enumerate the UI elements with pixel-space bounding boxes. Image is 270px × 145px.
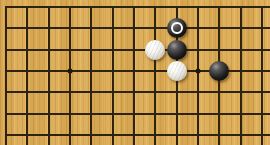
board-intersection[interactable] (81, 0, 102, 18)
grid-line-vertical (5, 82, 7, 103)
board-intersection[interactable] (123, 39, 144, 60)
board-intersection[interactable] (166, 103, 187, 124)
last-move-marker-icon (171, 22, 183, 34)
grid-line-vertical (26, 124, 28, 145)
grid-line-vertical (133, 18, 135, 39)
board-intersection[interactable] (123, 103, 144, 124)
board-intersection[interactable] (102, 124, 123, 145)
board-intersection[interactable] (251, 18, 270, 39)
board-intersection[interactable] (187, 39, 208, 60)
grid-line-vertical (240, 103, 242, 124)
grid-line-vertical (90, 124, 92, 145)
grid-line-vertical (133, 60, 135, 81)
grid-line-vertical (176, 6, 178, 18)
grid-line-vertical (5, 124, 7, 145)
grid-line-vertical (112, 18, 114, 39)
board-intersection[interactable] (0, 103, 17, 124)
board-intersection[interactable] (102, 82, 123, 103)
grid-line-vertical (218, 39, 220, 60)
grid-line-vertical (90, 18, 92, 39)
grid-line-vertical (90, 60, 92, 81)
board-intersection[interactable] (145, 0, 166, 18)
board-intersection[interactable] (209, 103, 230, 124)
board-intersection[interactable] (230, 0, 251, 18)
board-intersection[interactable] (209, 18, 230, 39)
board-intersection[interactable] (38, 103, 59, 124)
board-intersection[interactable] (187, 103, 208, 124)
grid-line-vertical (69, 82, 71, 103)
board-intersection[interactable] (17, 103, 38, 124)
board-intersection[interactable] (38, 60, 59, 81)
star-point (195, 68, 200, 73)
grid-line-vertical (112, 103, 114, 124)
grid-line-vertical (69, 6, 71, 18)
board-intersection[interactable] (59, 0, 80, 18)
board-intersection[interactable] (166, 18, 187, 39)
grid-line-vertical (240, 82, 242, 103)
grid-line-vertical (90, 39, 92, 60)
board-intersection[interactable] (0, 39, 17, 60)
board-intersection[interactable] (251, 82, 270, 103)
grid-line-vertical (261, 60, 263, 81)
board-intersection[interactable] (59, 124, 80, 145)
board-intersection[interactable] (230, 82, 251, 103)
grid-line-vertical (197, 103, 199, 124)
board-intersection[interactable] (123, 60, 144, 81)
grid-line-vertical (218, 18, 220, 39)
black-stone (209, 61, 229, 81)
grid-line-vertical (112, 39, 114, 60)
board-intersection[interactable] (59, 18, 80, 39)
board-intersection[interactable] (81, 39, 102, 60)
board-intersection[interactable] (230, 39, 251, 60)
grid-line-vertical (48, 6, 50, 18)
grid-line-vertical (154, 124, 156, 145)
grid-line-vertical (26, 6, 28, 18)
board-intersection[interactable] (209, 39, 230, 60)
board-intersection[interactable] (209, 60, 230, 81)
grid-line-vertical (261, 39, 263, 60)
grid-line-vertical (69, 18, 71, 39)
grid-line-vertical (5, 18, 7, 39)
board-intersection[interactable] (102, 39, 123, 60)
grid-line-vertical (261, 103, 263, 124)
grid-line-vertical (5, 39, 7, 60)
board-intersection[interactable] (17, 124, 38, 145)
board-intersection[interactable] (230, 18, 251, 39)
board-intersection[interactable] (17, 18, 38, 39)
grid-line-vertical (261, 18, 263, 39)
grid-line-vertical (48, 124, 50, 145)
board-intersection[interactable] (187, 82, 208, 103)
board-intersection[interactable] (102, 60, 123, 81)
grid-line-vertical (218, 124, 220, 145)
grid-line-vertical (112, 82, 114, 103)
star-point (67, 68, 72, 73)
board-intersection[interactable] (59, 82, 80, 103)
board-intersection[interactable] (187, 60, 208, 81)
board-intersection[interactable] (187, 18, 208, 39)
grid-line-vertical (48, 82, 50, 103)
board-intersection[interactable] (59, 39, 80, 60)
grid-line-vertical (218, 82, 220, 103)
board-intersection[interactable] (0, 82, 17, 103)
grid-line-vertical (240, 60, 242, 81)
grid-line-vertical (112, 60, 114, 81)
board-intersection[interactable] (17, 39, 38, 60)
board-intersection[interactable] (81, 124, 102, 145)
board-intersection[interactable] (38, 82, 59, 103)
grid-line-vertical (240, 124, 242, 145)
grid-line-vertical (197, 6, 199, 18)
board-intersection[interactable] (166, 60, 187, 81)
grid-line-vertical (176, 82, 178, 103)
grid-line-vertical (48, 39, 50, 60)
grid-line-vertical (154, 6, 156, 18)
board-intersection[interactable] (81, 103, 102, 124)
board-intersection[interactable] (187, 124, 208, 145)
board-intersection[interactable] (251, 60, 270, 81)
grid-line-vertical (69, 39, 71, 60)
board-intersection[interactable] (251, 103, 270, 124)
board-intersection[interactable] (123, 0, 144, 18)
grid-line-vertical (26, 39, 28, 60)
board-intersection[interactable] (102, 103, 123, 124)
grid-line-vertical (240, 18, 242, 39)
grid-line-vertical (5, 6, 7, 18)
grid-line-vertical (5, 60, 7, 81)
board-intersection[interactable] (145, 60, 166, 81)
go-board (0, 0, 270, 145)
board-intersection[interactable] (230, 60, 251, 81)
grid-line-vertical (240, 39, 242, 60)
board-intersection[interactable] (59, 103, 80, 124)
board-intersection[interactable] (123, 124, 144, 145)
black-stone (167, 18, 187, 38)
board-intersection[interactable] (209, 124, 230, 145)
white-stone (167, 61, 187, 81)
board-intersection[interactable] (209, 0, 230, 18)
board-intersection[interactable] (230, 103, 251, 124)
grid-line-vertical (154, 60, 156, 81)
board-intersection[interactable] (251, 0, 270, 18)
grid-line-vertical (26, 82, 28, 103)
board-intersection[interactable] (102, 0, 123, 18)
board-intersection[interactable] (0, 0, 17, 18)
board-intersection[interactable] (166, 39, 187, 60)
grid-line-vertical (48, 60, 50, 81)
grid-line-vertical (261, 124, 263, 145)
board-grid (0, 0, 270, 145)
grid-line-vertical (26, 60, 28, 81)
grid-line-vertical (69, 124, 71, 145)
board-intersection[interactable] (81, 18, 102, 39)
board-intersection[interactable] (251, 39, 270, 60)
grid-line-vertical (218, 103, 220, 124)
board-intersection[interactable] (59, 60, 80, 81)
grid-line-vertical (90, 82, 92, 103)
grid-line-vertical (133, 6, 135, 18)
board-intersection[interactable] (145, 124, 166, 145)
board-intersection[interactable] (17, 60, 38, 81)
board-intersection[interactable] (81, 60, 102, 81)
board-intersection[interactable] (145, 82, 166, 103)
grid-line-vertical (133, 39, 135, 60)
board-intersection[interactable] (81, 82, 102, 103)
grid-line-vertical (176, 103, 178, 124)
grid-line-vertical (197, 39, 199, 60)
board-intersection[interactable] (166, 82, 187, 103)
board-intersection[interactable] (166, 124, 187, 145)
grid-line-vertical (261, 82, 263, 103)
board-intersection[interactable] (0, 18, 17, 39)
grid-line-vertical (133, 82, 135, 103)
white-stone (145, 40, 165, 60)
board-intersection[interactable] (166, 0, 187, 18)
grid-line-vertical (5, 103, 7, 124)
board-intersection[interactable] (123, 18, 144, 39)
grid-line-vertical (26, 103, 28, 124)
grid-line-vertical (176, 124, 178, 145)
grid-line-vertical (261, 6, 263, 18)
board-intersection[interactable] (102, 18, 123, 39)
grid-line-vertical (69, 103, 71, 124)
grid-line-vertical (197, 18, 199, 39)
grid-line-vertical (154, 18, 156, 39)
board-intersection[interactable] (38, 124, 59, 145)
board-intersection[interactable] (17, 82, 38, 103)
board-intersection[interactable] (145, 18, 166, 39)
grid-line-vertical (26, 18, 28, 39)
board-intersection[interactable] (0, 124, 17, 145)
grid-line-vertical (112, 6, 114, 18)
grid-line-vertical (48, 103, 50, 124)
board-intersection[interactable] (38, 18, 59, 39)
grid-line-vertical (154, 82, 156, 103)
board-intersection[interactable] (38, 0, 59, 18)
grid-line-vertical (218, 6, 220, 18)
board-intersection[interactable] (230, 124, 251, 145)
grid-line-vertical (197, 82, 199, 103)
grid-line-vertical (90, 6, 92, 18)
grid-line-vertical (112, 124, 114, 145)
black-stone (167, 40, 187, 60)
grid-line-vertical (240, 6, 242, 18)
board-intersection[interactable] (209, 82, 230, 103)
grid-line-vertical (133, 124, 135, 145)
grid-line-vertical (133, 103, 135, 124)
grid-line-vertical (48, 18, 50, 39)
grid-line-vertical (90, 103, 92, 124)
board-intersection[interactable] (38, 39, 59, 60)
board-intersection[interactable] (145, 39, 166, 60)
grid-line-vertical (154, 103, 156, 124)
grid-line-vertical (197, 124, 199, 145)
board-intersection[interactable] (0, 60, 17, 81)
board-intersection[interactable] (17, 0, 38, 18)
board-intersection[interactable] (187, 0, 208, 18)
board-intersection[interactable] (123, 82, 144, 103)
board-intersection[interactable] (251, 124, 270, 145)
board-intersection[interactable] (145, 103, 166, 124)
